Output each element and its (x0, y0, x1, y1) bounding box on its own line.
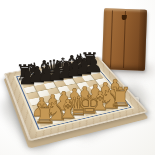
stage: ♜♞♝♛♚♝♞♜♟♟♟♟♟♟♟♟♟♟♟♟♟♟♟♟♜♞♝♛♚♝♞♜ (0, 0, 155, 155)
box-clasp-knot (122, 15, 127, 20)
box-lid-seam-left (110, 10, 113, 67)
box-side-edge (138, 10, 147, 71)
wooden-box (102, 8, 147, 70)
